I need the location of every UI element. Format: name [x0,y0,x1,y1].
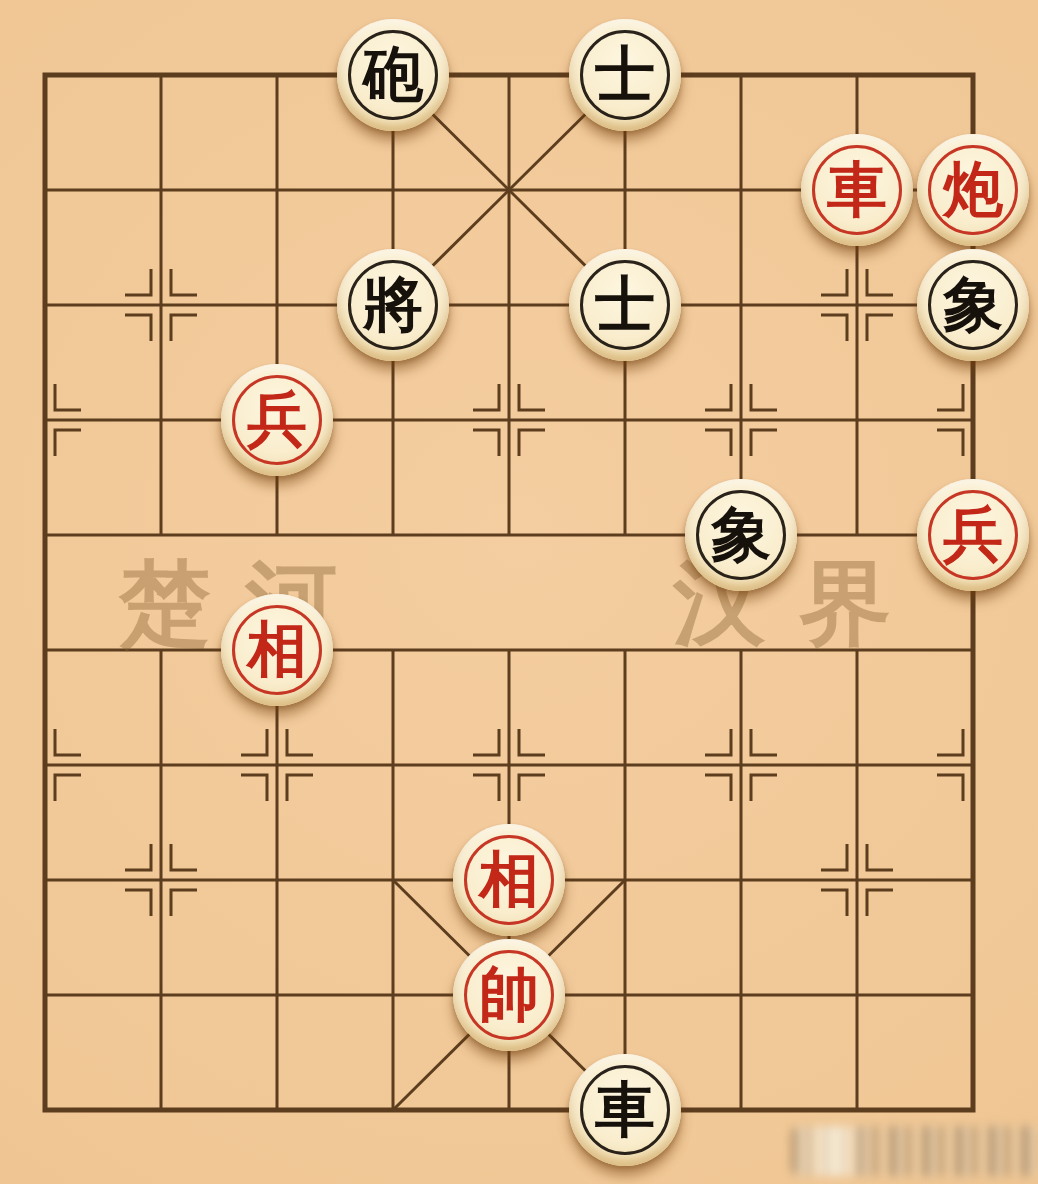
piece-glyph: 帥 [479,964,539,1024]
piece-glyph: 士 [595,44,655,104]
piece-glyph: 相 [479,849,539,909]
piece-red-elephant[interactable]: 相 [221,594,333,706]
piece-glyph: 炮 [943,159,1003,219]
piece-glyph: 車 [595,1079,655,1139]
piece-glyph: 砲 [363,44,423,104]
piece-glyph: 象 [943,274,1003,334]
piece-black-elephant[interactable]: 象 [685,479,797,591]
xiangqi-board[interactable]: 楚河 汉界 砲士車炮將士象兵象兵相相帥車 [45,75,973,1110]
watermark-blur [792,1126,1038,1176]
piece-black-cannon[interactable]: 砲 [337,19,449,131]
piece-glyph: 相 [247,619,307,679]
piece-red-chariot[interactable]: 車 [801,134,913,246]
piece-red-soldier[interactable]: 兵 [917,479,1029,591]
piece-red-soldier[interactable]: 兵 [221,364,333,476]
piece-glyph: 車 [827,159,887,219]
xiangqi-app: 楚河 汉界 砲士車炮將士象兵象兵相相帥車 [0,0,1038,1184]
piece-glyph: 兵 [247,389,307,449]
piece-black-advisor[interactable]: 士 [569,249,681,361]
piece-black-elephant[interactable]: 象 [917,249,1029,361]
piece-black-chariot[interactable]: 車 [569,1054,681,1166]
piece-glyph: 象 [711,504,771,564]
piece-red-cannon[interactable]: 炮 [917,134,1029,246]
piece-glyph: 兵 [943,504,1003,564]
piece-black-advisor[interactable]: 士 [569,19,681,131]
piece-glyph: 將 [363,274,423,334]
piece-red-elephant[interactable]: 相 [453,824,565,936]
piece-glyph: 士 [595,274,655,334]
piece-red-general[interactable]: 帥 [453,939,565,1051]
piece-black-general[interactable]: 將 [337,249,449,361]
